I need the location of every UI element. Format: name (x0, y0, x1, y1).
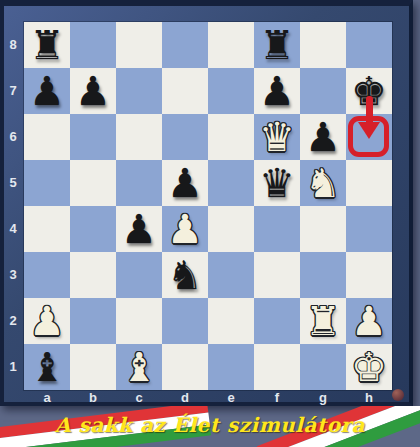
rank-label-8: 8 (4, 22, 22, 68)
square-g5[interactable]: ♞ (300, 160, 346, 206)
square-d7[interactable] (162, 68, 208, 114)
rank-label-5: 5 (4, 160, 22, 206)
square-a8[interactable]: ♜ (24, 22, 70, 68)
piece-black-bishop[interactable]: ♝ (29, 344, 65, 390)
square-a1[interactable]: ♝ (24, 344, 70, 390)
move-arrow-head (358, 122, 380, 139)
square-b7[interactable]: ♟ (70, 68, 116, 114)
square-g2[interactable]: ♜ (300, 298, 346, 344)
square-c4[interactable]: ♟ (116, 206, 162, 252)
square-g1[interactable] (300, 344, 346, 390)
square-h5[interactable] (346, 160, 392, 206)
square-e6[interactable] (208, 114, 254, 160)
piece-black-queen[interactable]: ♛ (259, 160, 295, 206)
piece-white-king[interactable]: ♚ (351, 344, 387, 390)
square-g3[interactable] (300, 252, 346, 298)
rank-label-6: 6 (4, 114, 22, 160)
square-a4[interactable] (24, 206, 70, 252)
piece-black-rook[interactable]: ♜ (259, 22, 295, 68)
square-e7[interactable] (208, 68, 254, 114)
square-f3[interactable] (254, 252, 300, 298)
square-e3[interactable] (208, 252, 254, 298)
square-f5[interactable]: ♛ (254, 160, 300, 206)
piece-white-knight[interactable]: ♞ (305, 160, 341, 206)
corner-sphere-decoration (392, 389, 404, 401)
square-h3[interactable] (346, 252, 392, 298)
piece-white-rook[interactable]: ♜ (305, 298, 341, 344)
piece-black-pawn[interactable]: ♟ (259, 68, 295, 114)
file-label-c: c (116, 390, 162, 405)
footer-banner: A sakk az Élet szimulátora (0, 406, 420, 447)
square-e4[interactable] (208, 206, 254, 252)
square-e8[interactable] (208, 22, 254, 68)
square-h1[interactable]: ♚ (346, 344, 392, 390)
piece-black-pawn[interactable]: ♟ (29, 68, 65, 114)
square-a2[interactable]: ♟ (24, 298, 70, 344)
square-c3[interactable] (116, 252, 162, 298)
square-d2[interactable] (162, 298, 208, 344)
square-a7[interactable]: ♟ (24, 68, 70, 114)
piece-white-pawn[interactable]: ♟ (167, 206, 203, 252)
file-label-b: b (70, 390, 116, 405)
square-c5[interactable] (116, 160, 162, 206)
rank-label-1: 1 (4, 344, 22, 390)
piece-black-pawn[interactable]: ♟ (167, 160, 203, 206)
file-label-d: d (162, 390, 208, 405)
square-a3[interactable] (24, 252, 70, 298)
square-b1[interactable] (70, 344, 116, 390)
square-c7[interactable] (116, 68, 162, 114)
file-label-g: g (300, 390, 346, 405)
square-b6[interactable] (70, 114, 116, 160)
square-d5[interactable]: ♟ (162, 160, 208, 206)
square-d1[interactable] (162, 344, 208, 390)
square-e2[interactable] (208, 298, 254, 344)
file-label-h: h (346, 390, 392, 405)
square-a6[interactable] (24, 114, 70, 160)
square-b4[interactable] (70, 206, 116, 252)
file-label-a: a (24, 390, 70, 405)
piece-white-pawn[interactable]: ♟ (351, 298, 387, 344)
square-c1[interactable]: ♝ (116, 344, 162, 390)
square-h8[interactable] (346, 22, 392, 68)
square-a5[interactable] (24, 160, 70, 206)
piece-black-knight[interactable]: ♞ (167, 252, 203, 298)
piece-black-pawn[interactable]: ♟ (75, 68, 111, 114)
piece-black-rook[interactable]: ♜ (29, 22, 65, 68)
square-d3[interactable]: ♞ (162, 252, 208, 298)
square-h4[interactable] (346, 206, 392, 252)
file-label-e: e (208, 390, 254, 405)
square-f2[interactable] (254, 298, 300, 344)
footer-caption: A sakk az Élet szimulátora (0, 413, 420, 437)
rank-label-3: 3 (4, 252, 22, 298)
square-f8[interactable]: ♜ (254, 22, 300, 68)
square-e1[interactable] (208, 344, 254, 390)
square-d8[interactable] (162, 22, 208, 68)
square-f1[interactable] (254, 344, 300, 390)
piece-black-pawn[interactable]: ♟ (121, 206, 157, 252)
square-b5[interactable] (70, 160, 116, 206)
square-b8[interactable] (70, 22, 116, 68)
square-h2[interactable]: ♟ (346, 298, 392, 344)
square-g4[interactable] (300, 206, 346, 252)
square-e5[interactable] (208, 160, 254, 206)
square-b2[interactable] (70, 298, 116, 344)
piece-black-pawn[interactable]: ♟ (305, 114, 341, 160)
rank-label-7: 7 (4, 68, 22, 114)
move-arrow-shaft (366, 96, 373, 122)
page: ♜♜♟♟♟♚♛♟♟♛♞♟♟♞♟♜♟♝♝♚ A sakk az Élet szim… (0, 0, 420, 447)
piece-white-pawn[interactable]: ♟ (29, 298, 65, 344)
square-d4[interactable]: ♟ (162, 206, 208, 252)
rank-label-2: 2 (4, 298, 22, 344)
square-g8[interactable] (300, 22, 346, 68)
square-f6[interactable]: ♛ (254, 114, 300, 160)
square-g7[interactable] (300, 68, 346, 114)
chess-board[interactable]: ♜♜♟♟♟♚♛♟♟♛♞♟♟♞♟♜♟♝♝♚ (24, 22, 392, 390)
square-c2[interactable] (116, 298, 162, 344)
square-b3[interactable] (70, 252, 116, 298)
rank-label-4: 4 (4, 206, 22, 252)
piece-white-queen[interactable]: ♛ (259, 114, 295, 160)
file-label-f: f (254, 390, 300, 405)
square-f4[interactable] (254, 206, 300, 252)
square-g6[interactable]: ♟ (300, 114, 346, 160)
square-d6[interactable] (162, 114, 208, 160)
square-f7[interactable]: ♟ (254, 68, 300, 114)
square-c8[interactable] (116, 22, 162, 68)
square-c6[interactable] (116, 114, 162, 160)
piece-white-bishop[interactable]: ♝ (121, 344, 157, 390)
